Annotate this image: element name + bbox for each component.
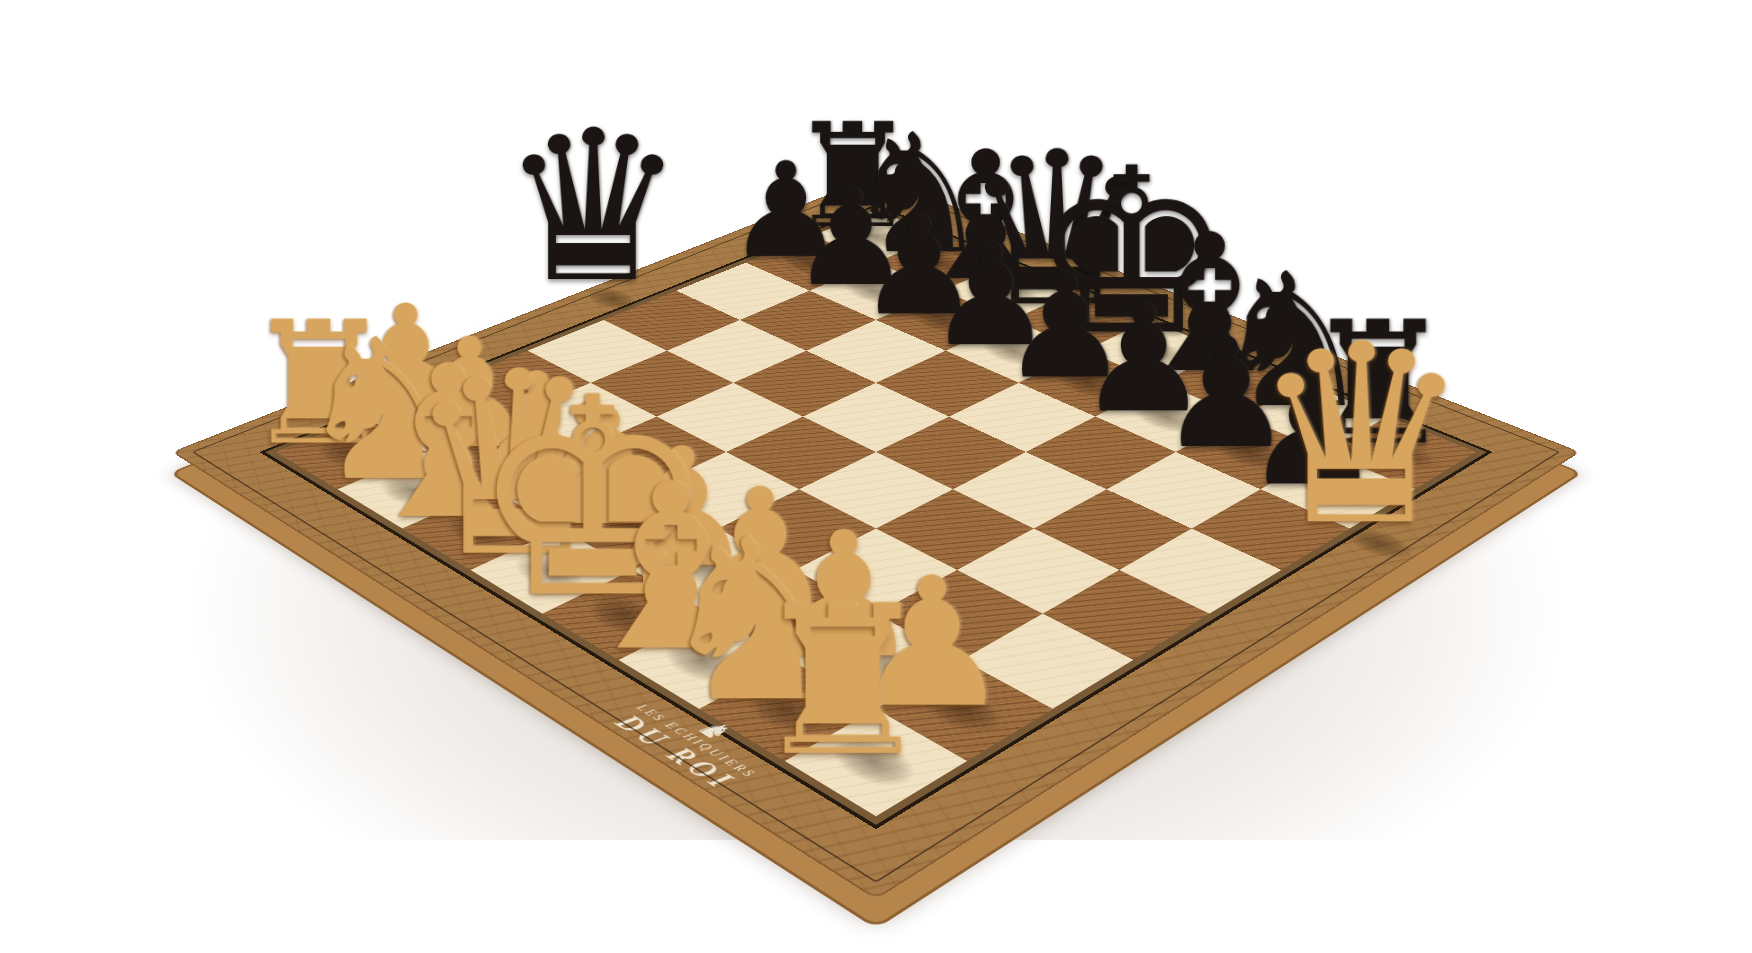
white-rook[interactable]: ♜: [691, 585, 993, 781]
product-photo-scene: ♜♞♝♛♚♝♞♜♟♟♟♟♟♟♟♟♟♟♟♟♟♟♟♟♜♞♝♛♚♝♞♜ ♛ ♛ ♞ L…: [0, 0, 1752, 953]
spare-white-queen[interactable]: ♛: [1248, 318, 1475, 554]
spare-white-queen-slot: ♛: [1321, 505, 1450, 574]
spare-black-queen[interactable]: ♛: [498, 108, 689, 306]
square-d5[interactable]: [803, 383, 949, 452]
